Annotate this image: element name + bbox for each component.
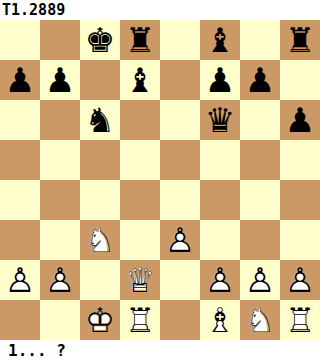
square-e2[interactable]	[160, 260, 200, 300]
square-g8[interactable]	[240, 20, 280, 60]
square-g6[interactable]	[240, 100, 280, 140]
square-e6[interactable]	[160, 100, 200, 140]
piece-black-queen: ♛	[200, 100, 240, 140]
square-h5[interactable]	[280, 140, 320, 180]
caption-bar: 1... ?	[0, 340, 320, 360]
square-h1[interactable]: ♜♖	[280, 300, 320, 340]
square-a2[interactable]: ♟♙	[0, 260, 40, 300]
square-a4[interactable]	[0, 180, 40, 220]
square-a6[interactable]	[0, 100, 40, 140]
square-c2[interactable]	[80, 260, 120, 300]
piece-white-pawn: ♟♙	[0, 260, 40, 300]
square-d3[interactable]	[120, 220, 160, 260]
square-d6[interactable]	[120, 100, 160, 140]
square-e5[interactable]	[160, 140, 200, 180]
piece-black-rook: ♜	[120, 20, 160, 60]
square-a3[interactable]	[0, 220, 40, 260]
square-f8[interactable]: ♝	[200, 20, 240, 60]
piece-white-pawn: ♟♙	[280, 260, 320, 300]
square-d7[interactable]: ♝	[120, 60, 160, 100]
piece-black-pawn: ♟	[240, 60, 280, 100]
piece-black-pawn: ♟	[200, 60, 240, 100]
square-f6[interactable]: ♛	[200, 100, 240, 140]
square-e8[interactable]	[160, 20, 200, 60]
square-a8[interactable]	[0, 20, 40, 60]
square-g4[interactable]	[240, 180, 280, 220]
piece-white-bishop: ♝♗	[200, 300, 240, 340]
piece-white-king: ♚♔	[80, 300, 120, 340]
square-f1[interactable]: ♝♗	[200, 300, 240, 340]
piece-black-king: ♚	[80, 20, 120, 60]
square-b6[interactable]	[40, 100, 80, 140]
square-d1[interactable]: ♜♖	[120, 300, 160, 340]
piece-white-pawn: ♟♙	[240, 260, 280, 300]
square-h4[interactable]	[280, 180, 320, 220]
square-d4[interactable]	[120, 180, 160, 220]
square-h2[interactable]: ♟♙	[280, 260, 320, 300]
piece-black-pawn: ♟	[0, 60, 40, 100]
square-b3[interactable]	[40, 220, 80, 260]
square-h3[interactable]	[280, 220, 320, 260]
piece-black-bishop: ♝	[120, 60, 160, 100]
square-c1[interactable]: ♚♔	[80, 300, 120, 340]
square-b8[interactable]	[40, 20, 80, 60]
square-a7[interactable]: ♟	[0, 60, 40, 100]
square-b7[interactable]: ♟	[40, 60, 80, 100]
square-h6[interactable]: ♟	[280, 100, 320, 140]
piece-black-bishop: ♝	[200, 20, 240, 60]
square-f4[interactable]	[200, 180, 240, 220]
square-d8[interactable]: ♜	[120, 20, 160, 60]
chess-board: ♚♜♝♜♟♟♝♟♟♞♛♟♞♘♟♙♟♙♟♙♛♕♟♙♟♙♟♙♚♔♜♖♝♗♞♘♜♖	[0, 20, 320, 340]
square-c5[interactable]	[80, 140, 120, 180]
piece-white-knight: ♞♘	[240, 300, 280, 340]
square-f7[interactable]: ♟	[200, 60, 240, 100]
piece-white-rook: ♜♖	[120, 300, 160, 340]
square-c3[interactable]: ♞♘	[80, 220, 120, 260]
piece-black-knight: ♞	[80, 100, 120, 140]
piece-white-rook: ♜♖	[280, 300, 320, 340]
square-b5[interactable]	[40, 140, 80, 180]
square-c4[interactable]	[80, 180, 120, 220]
square-c7[interactable]	[80, 60, 120, 100]
square-g2[interactable]: ♟♙	[240, 260, 280, 300]
square-f3[interactable]	[200, 220, 240, 260]
square-f2[interactable]: ♟♙	[200, 260, 240, 300]
square-c6[interactable]: ♞	[80, 100, 120, 140]
piece-black-rook: ♜	[280, 20, 320, 60]
piece-black-pawn: ♟	[40, 60, 80, 100]
move-prompt-label: 1... ?	[0, 341, 66, 360]
puzzle-id-label: T1.2889	[0, 1, 65, 19]
square-e4[interactable]	[160, 180, 200, 220]
square-g5[interactable]	[240, 140, 280, 180]
piece-white-queen: ♛♕	[120, 260, 160, 300]
square-b2[interactable]: ♟♙	[40, 260, 80, 300]
square-b4[interactable]	[40, 180, 80, 220]
square-e3[interactable]: ♟♙	[160, 220, 200, 260]
square-e1[interactable]	[160, 300, 200, 340]
square-f5[interactable]	[200, 140, 240, 180]
square-a5[interactable]	[0, 140, 40, 180]
square-h8[interactable]: ♜	[280, 20, 320, 60]
title-bar: T1.2889	[0, 0, 320, 20]
piece-white-pawn: ♟♙	[200, 260, 240, 300]
piece-black-pawn: ♟	[280, 100, 320, 140]
square-h7[interactable]	[280, 60, 320, 100]
square-g1[interactable]: ♞♘	[240, 300, 280, 340]
piece-white-knight: ♞♘	[80, 220, 120, 260]
square-d2[interactable]: ♛♕	[120, 260, 160, 300]
piece-white-pawn: ♟♙	[40, 260, 80, 300]
square-a1[interactable]	[0, 300, 40, 340]
square-c8[interactable]: ♚	[80, 20, 120, 60]
square-g7[interactable]: ♟	[240, 60, 280, 100]
piece-white-pawn: ♟♙	[160, 220, 200, 260]
square-d5[interactable]	[120, 140, 160, 180]
square-b1[interactable]	[40, 300, 80, 340]
square-g3[interactable]	[240, 220, 280, 260]
square-e7[interactable]	[160, 60, 200, 100]
